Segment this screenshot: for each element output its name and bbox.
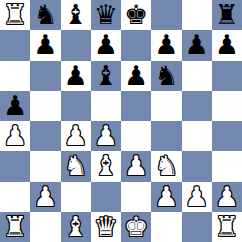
square-g8[interactable] bbox=[182, 0, 212, 30]
piece-black-pawn[interactable]: ♟ bbox=[154, 30, 178, 60]
piece-black-knight[interactable]: ♞ bbox=[154, 61, 178, 91]
square-b8[interactable]: ♞ bbox=[30, 0, 60, 30]
square-b2[interactable]: ♟ bbox=[30, 182, 60, 212]
piece-white-pawn[interactable]: ♟ bbox=[33, 182, 57, 212]
piece-black-pawn[interactable]: ♟ bbox=[94, 30, 118, 60]
piece-white-knight[interactable]: ♞ bbox=[154, 151, 178, 181]
square-a4[interactable]: ♟ bbox=[0, 121, 30, 151]
square-e1[interactable]: ♚ bbox=[121, 212, 151, 242]
square-c7[interactable] bbox=[61, 30, 91, 60]
piece-black-bishop[interactable]: ♝ bbox=[94, 61, 118, 91]
square-a3[interactable] bbox=[0, 151, 30, 181]
square-h7[interactable]: ♟ bbox=[212, 30, 242, 60]
piece-white-rook[interactable]: ♜ bbox=[215, 212, 239, 242]
square-h2[interactable]: ♟ bbox=[212, 182, 242, 212]
square-f5[interactable] bbox=[151, 91, 181, 121]
square-a5[interactable]: ♟ bbox=[0, 91, 30, 121]
square-h6[interactable] bbox=[212, 61, 242, 91]
piece-white-rook[interactable]: ♜ bbox=[3, 0, 27, 30]
square-c1[interactable]: ♝ bbox=[61, 212, 91, 242]
square-h4[interactable] bbox=[212, 121, 242, 151]
square-c6[interactable]: ♟ bbox=[61, 61, 91, 91]
square-d6[interactable]: ♝ bbox=[91, 61, 121, 91]
piece-black-pawn[interactable]: ♟ bbox=[33, 30, 57, 60]
square-b7[interactable]: ♟ bbox=[30, 30, 60, 60]
piece-white-rook[interactable]: ♜ bbox=[3, 212, 27, 242]
square-g5[interactable] bbox=[182, 91, 212, 121]
square-c4[interactable]: ♟ bbox=[61, 121, 91, 151]
piece-white-pawn[interactable]: ♟ bbox=[64, 121, 88, 151]
square-e3[interactable]: ♟ bbox=[121, 151, 151, 181]
square-a2[interactable] bbox=[0, 182, 30, 212]
square-a8[interactable]: ♜ bbox=[0, 0, 30, 30]
square-f7[interactable]: ♟ bbox=[151, 30, 181, 60]
square-h1[interactable]: ♜ bbox=[212, 212, 242, 242]
square-g2[interactable]: ♟ bbox=[182, 182, 212, 212]
square-h5[interactable] bbox=[212, 91, 242, 121]
piece-black-bishop[interactable]: ♝ bbox=[64, 0, 88, 30]
square-e5[interactable] bbox=[121, 91, 151, 121]
piece-white-bishop[interactable]: ♝ bbox=[64, 212, 88, 242]
square-f6[interactable]: ♞ bbox=[151, 61, 181, 91]
square-g4[interactable] bbox=[182, 121, 212, 151]
square-e7[interactable] bbox=[121, 30, 151, 60]
square-f4[interactable] bbox=[151, 121, 181, 151]
piece-white-pawn[interactable]: ♟ bbox=[3, 121, 27, 151]
square-f3[interactable]: ♞ bbox=[151, 151, 181, 181]
square-c5[interactable] bbox=[61, 91, 91, 121]
square-g1[interactable] bbox=[182, 212, 212, 242]
piece-white-pawn[interactable]: ♟ bbox=[154, 182, 178, 212]
square-f1[interactable] bbox=[151, 212, 181, 242]
square-h3[interactable] bbox=[212, 151, 242, 181]
square-g6[interactable] bbox=[182, 61, 212, 91]
piece-black-pawn[interactable]: ♟ bbox=[64, 61, 88, 91]
square-e2[interactable] bbox=[121, 182, 151, 212]
square-b3[interactable] bbox=[30, 151, 60, 181]
piece-white-bishop[interactable]: ♝ bbox=[94, 151, 118, 181]
square-f2[interactable]: ♟ bbox=[151, 182, 181, 212]
square-e8[interactable]: ♚ bbox=[121, 0, 151, 30]
piece-black-rook[interactable]: ♜ bbox=[215, 0, 239, 30]
square-d1[interactable]: ♛ bbox=[91, 212, 121, 242]
square-g3[interactable] bbox=[182, 151, 212, 181]
square-c8[interactable]: ♝ bbox=[61, 0, 91, 30]
square-d4[interactable]: ♟ bbox=[91, 121, 121, 151]
square-g7[interactable]: ♟ bbox=[182, 30, 212, 60]
piece-white-king[interactable]: ♚ bbox=[124, 212, 148, 242]
square-h8[interactable]: ♜ bbox=[212, 0, 242, 30]
piece-white-knight[interactable]: ♞ bbox=[64, 151, 88, 181]
piece-black-pawn[interactable]: ♟ bbox=[215, 30, 239, 60]
square-e6[interactable]: ♟ bbox=[121, 61, 151, 91]
piece-black-king[interactable]: ♚ bbox=[124, 0, 148, 30]
piece-white-pawn[interactable]: ♟ bbox=[215, 182, 239, 212]
piece-black-pawn[interactable]: ♟ bbox=[185, 30, 209, 60]
square-d8[interactable]: ♛ bbox=[91, 0, 121, 30]
square-d2[interactable] bbox=[91, 182, 121, 212]
square-b1[interactable] bbox=[30, 212, 60, 242]
square-d7[interactable]: ♟ bbox=[91, 30, 121, 60]
chess-board: ♜♞♝♛♚♜♟♟♟♟♟♟♝♟♞♟♟♟♟♞♝♟♞♟♟♟♟♜♝♛♚♜ bbox=[0, 0, 242, 242]
piece-black-pawn[interactable]: ♟ bbox=[3, 91, 27, 121]
piece-white-pawn[interactable]: ♟ bbox=[124, 151, 148, 181]
piece-black-queen[interactable]: ♛ bbox=[94, 0, 118, 30]
square-b6[interactable] bbox=[30, 61, 60, 91]
square-a6[interactable] bbox=[0, 61, 30, 91]
square-b4[interactable] bbox=[30, 121, 60, 151]
square-a1[interactable]: ♜ bbox=[0, 212, 30, 242]
square-e4[interactable] bbox=[121, 121, 151, 151]
square-c3[interactable]: ♞ bbox=[61, 151, 91, 181]
piece-black-knight[interactable]: ♞ bbox=[33, 0, 57, 30]
piece-white-queen[interactable]: ♛ bbox=[94, 212, 118, 242]
square-c2[interactable] bbox=[61, 182, 91, 212]
square-d5[interactable] bbox=[91, 91, 121, 121]
square-f8[interactable] bbox=[151, 0, 181, 30]
piece-black-pawn[interactable]: ♟ bbox=[124, 61, 148, 91]
square-b5[interactable] bbox=[30, 91, 60, 121]
piece-white-pawn[interactable]: ♟ bbox=[94, 121, 118, 151]
square-a7[interactable] bbox=[0, 30, 30, 60]
square-d3[interactable]: ♝ bbox=[91, 151, 121, 181]
piece-white-pawn[interactable]: ♟ bbox=[185, 182, 209, 212]
